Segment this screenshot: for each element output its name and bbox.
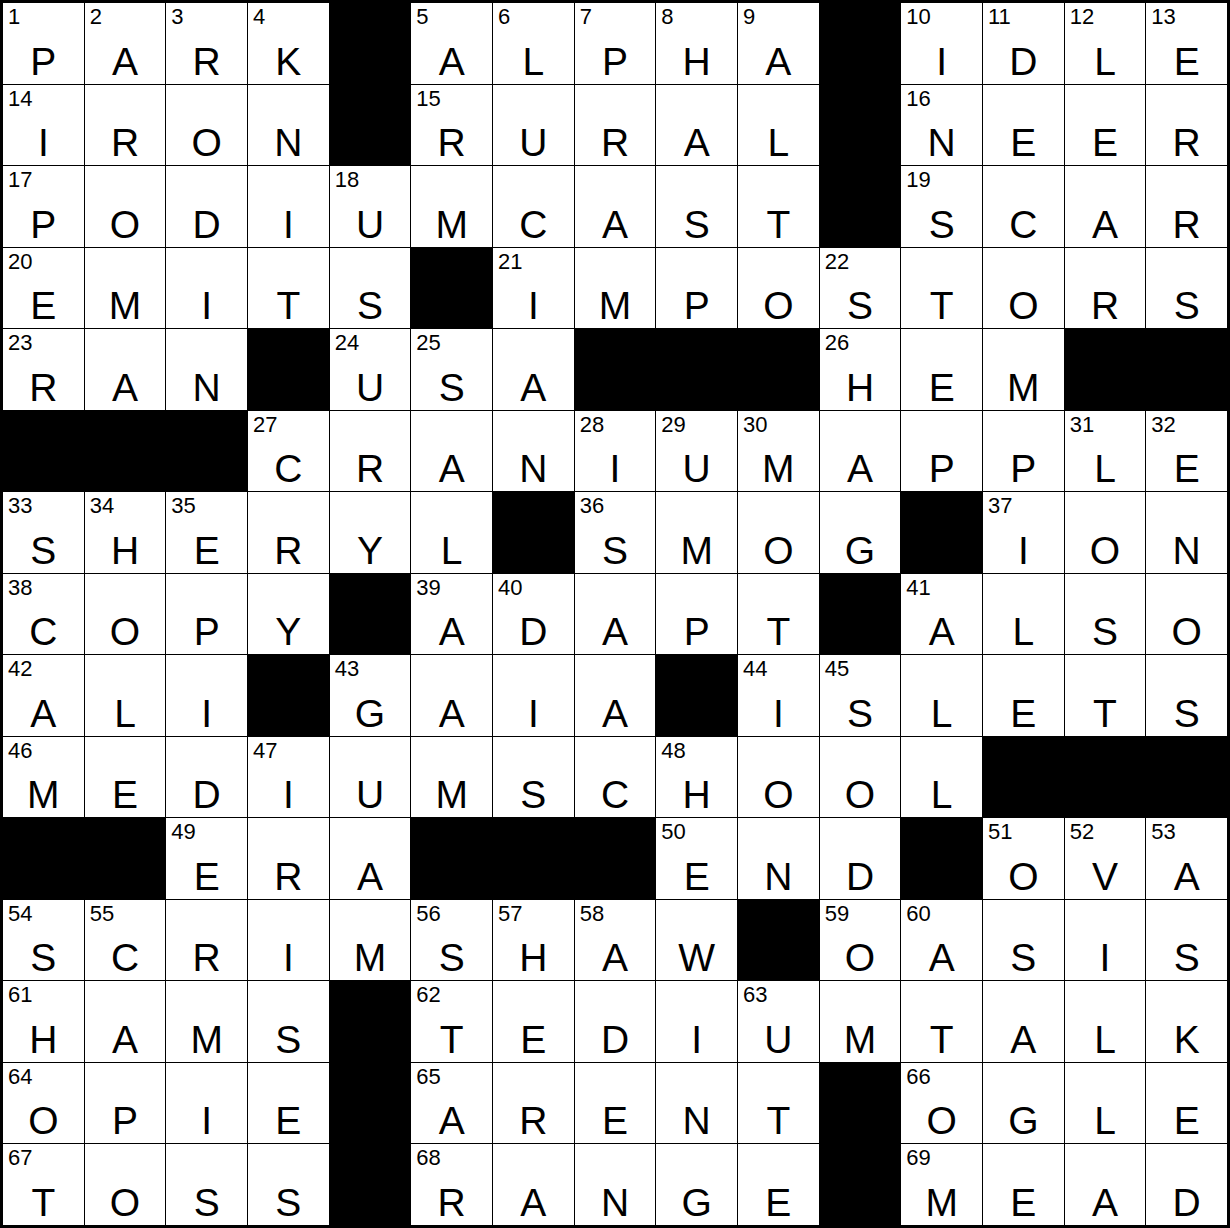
cell-letter: P xyxy=(3,42,84,81)
cell-r15c9[interactable]: G xyxy=(656,1144,737,1225)
cell-letter: T xyxy=(3,1183,84,1222)
cell-r5c11[interactable]: 26H xyxy=(820,329,901,410)
cell-r4c8[interactable]: M xyxy=(575,248,656,329)
cell-r6c10[interactable]: 30M xyxy=(738,411,819,492)
clue-number: 59 xyxy=(825,901,849,926)
cell-r9c10[interactable]: 44I xyxy=(738,655,819,736)
cell-r6c12[interactable]: P xyxy=(901,411,982,492)
cell-r12c13[interactable]: S xyxy=(983,900,1064,981)
cell-r12c1[interactable]: 54S xyxy=(3,900,84,981)
cell-r5c5[interactable]: 24U xyxy=(330,329,411,410)
clue-number: 58 xyxy=(580,901,604,926)
clue-number: 51 xyxy=(988,819,1012,844)
cell-r7c2[interactable]: 34H xyxy=(85,492,166,573)
cell-letter: D xyxy=(820,857,901,896)
cell-r3c12[interactable]: 19S xyxy=(901,166,982,247)
cell-letter: I xyxy=(493,286,574,325)
cell-letter: Y xyxy=(248,612,329,651)
cell-r3c2[interactable]: O xyxy=(85,166,166,247)
cell-r9c8[interactable]: A xyxy=(575,655,656,736)
cell-r14c14[interactable]: L xyxy=(1065,1063,1146,1144)
cell-r6c11[interactable]: A xyxy=(820,411,901,492)
cell-r13c10[interactable]: 63U xyxy=(738,981,819,1062)
black-square xyxy=(820,3,901,84)
cell-letter: O xyxy=(983,286,1064,325)
cell-r9c12[interactable]: L xyxy=(901,655,982,736)
cell-r12c9[interactable]: W xyxy=(656,900,737,981)
clue-number: 30 xyxy=(743,412,767,437)
cell-r14c15[interactable]: E xyxy=(1146,1063,1227,1144)
cell-letter: A xyxy=(983,1020,1064,1059)
cell-letter: R xyxy=(166,42,247,81)
cell-r11c5[interactable]: A xyxy=(330,818,411,899)
cell-r9c13[interactable]: E xyxy=(983,655,1064,736)
cell-letter: E xyxy=(901,368,982,407)
cell-r4c15[interactable]: S xyxy=(1146,248,1227,329)
cell-r6c8[interactable]: 28I xyxy=(575,411,656,492)
cell-letter: C xyxy=(983,205,1064,244)
cell-r5c1[interactable]: 23R xyxy=(3,329,84,410)
cell-r3c1[interactable]: 17P xyxy=(3,166,84,247)
cell-letter: T xyxy=(738,612,819,651)
cell-r12c5[interactable]: M xyxy=(330,900,411,981)
black-square xyxy=(820,574,901,655)
cell-r1c14[interactable]: 12L xyxy=(1065,3,1146,84)
cell-letter: S xyxy=(3,531,84,570)
cell-letter: D xyxy=(1146,1183,1227,1222)
cell-r12c4[interactable]: I xyxy=(248,900,329,981)
cell-r1c10[interactable]: 9A xyxy=(738,3,819,84)
cell-r8c14[interactable]: S xyxy=(1065,574,1146,655)
cell-r8c2[interactable]: O xyxy=(85,574,166,655)
cell-letter: A xyxy=(575,205,656,244)
cell-letter: A xyxy=(1065,205,1146,244)
cell-r6c15[interactable]: 32E xyxy=(1146,411,1227,492)
black-square xyxy=(411,818,492,899)
cell-r7c4[interactable]: R xyxy=(248,492,329,573)
cell-r10c1[interactable]: 46M xyxy=(3,737,84,818)
cell-r12c12[interactable]: 60A xyxy=(901,900,982,981)
cell-r9c11[interactable]: 45S xyxy=(820,655,901,736)
cell-r1c2[interactable]: 2A xyxy=(85,3,166,84)
cell-letter: P xyxy=(575,42,656,81)
cell-letter: A xyxy=(820,449,901,488)
cell-letter: C xyxy=(248,449,329,488)
cell-letter: L xyxy=(901,775,982,814)
cell-r3c10[interactable]: T xyxy=(738,166,819,247)
cell-letter: N xyxy=(901,123,982,162)
cell-r11c4[interactable]: R xyxy=(248,818,329,899)
cell-r2c15[interactable]: R xyxy=(1146,85,1227,166)
cell-r2c6[interactable]: 15R xyxy=(411,85,492,166)
cell-r9c2[interactable]: L xyxy=(85,655,166,736)
cell-letter: E xyxy=(248,1101,329,1140)
cell-r7c3[interactable]: 35E xyxy=(166,492,247,573)
clue-number: 11 xyxy=(988,4,1011,29)
cell-r5c12[interactable]: E xyxy=(901,329,982,410)
cell-r11c10[interactable]: N xyxy=(738,818,819,899)
cell-r12c8[interactable]: 58A xyxy=(575,900,656,981)
cell-r6c5[interactable]: R xyxy=(330,411,411,492)
cell-letter: A xyxy=(575,694,656,733)
cell-letter: K xyxy=(248,42,329,81)
clue-number: 53 xyxy=(1151,819,1175,844)
cell-letter: E xyxy=(575,1101,656,1140)
cell-r10c10[interactable]: O xyxy=(738,737,819,818)
cell-r7c9[interactable]: M xyxy=(656,492,737,573)
black-square xyxy=(820,166,901,247)
cell-r10c3[interactable]: D xyxy=(166,737,247,818)
cell-r3c8[interactable]: A xyxy=(575,166,656,247)
clue-number: 31 xyxy=(1070,412,1094,437)
cell-r9c3[interactable]: I xyxy=(166,655,247,736)
cell-r13c6[interactable]: 62T xyxy=(411,981,492,1062)
cell-r14c4[interactable]: E xyxy=(248,1063,329,1144)
cell-letter: O xyxy=(738,775,819,814)
cell-r13c2[interactable]: A xyxy=(85,981,166,1062)
cell-letter: U xyxy=(493,123,574,162)
cell-r4c12[interactable]: T xyxy=(901,248,982,329)
clue-number: 33 xyxy=(8,493,32,518)
cell-r10c11[interactable]: O xyxy=(820,737,901,818)
cell-letter: I xyxy=(248,205,329,244)
cell-r3c4[interactable]: I xyxy=(248,166,329,247)
cell-r5c3[interactable]: N xyxy=(166,329,247,410)
cell-r8c8[interactable]: A xyxy=(575,574,656,655)
cell-letter: S xyxy=(330,286,411,325)
clue-number: 65 xyxy=(416,1064,440,1089)
cell-r4c4[interactable]: T xyxy=(248,248,329,329)
cell-r2c12[interactable]: 16N xyxy=(901,85,982,166)
cell-letter: M xyxy=(575,286,656,325)
cell-letter: L xyxy=(1065,1020,1146,1059)
cell-r7c14[interactable]: O xyxy=(1065,492,1146,573)
clue-number: 66 xyxy=(906,1064,930,1089)
cell-letter: O xyxy=(1146,612,1227,651)
black-square xyxy=(1146,737,1227,818)
cell-r14c6[interactable]: 65A xyxy=(411,1063,492,1144)
cell-r9c1[interactable]: 42A xyxy=(3,655,84,736)
cell-letter: E xyxy=(983,694,1064,733)
cell-r3c9[interactable]: S xyxy=(656,166,737,247)
cell-r11c11[interactable]: D xyxy=(820,818,901,899)
cell-r8c1[interactable]: 38C xyxy=(3,574,84,655)
cell-r9c14[interactable]: T xyxy=(1065,655,1146,736)
cell-r1c7[interactable]: 6L xyxy=(493,3,574,84)
cell-letter: H xyxy=(493,938,574,977)
cell-r15c4[interactable]: S xyxy=(248,1144,329,1225)
clue-number: 44 xyxy=(743,656,767,681)
cell-letter: M xyxy=(411,775,492,814)
cell-letter: R xyxy=(1146,205,1227,244)
cell-r10c4[interactable]: 47I xyxy=(248,737,329,818)
cell-r12c7[interactable]: 57H xyxy=(493,900,574,981)
cell-r3c5[interactable]: 18U xyxy=(330,166,411,247)
cell-r13c14[interactable]: L xyxy=(1065,981,1146,1062)
cell-r8c15[interactable]: O xyxy=(1146,574,1227,655)
cell-r15c12[interactable]: 69M xyxy=(901,1144,982,1225)
cell-letter: W xyxy=(656,938,737,977)
cell-r7c5[interactable]: Y xyxy=(330,492,411,573)
cell-r14c8[interactable]: E xyxy=(575,1063,656,1144)
cell-r1c3[interactable]: 3R xyxy=(166,3,247,84)
cell-letter: S xyxy=(1065,612,1146,651)
cell-r13c11[interactable]: M xyxy=(820,981,901,1062)
cell-r4c11[interactable]: 22S xyxy=(820,248,901,329)
cell-r7c8[interactable]: 36S xyxy=(575,492,656,573)
cell-letter: R xyxy=(85,123,166,162)
cell-r3c7[interactable]: C xyxy=(493,166,574,247)
cell-letter: I xyxy=(656,1020,737,1059)
clue-number: 56 xyxy=(416,901,440,926)
cell-r12c11[interactable]: 59O xyxy=(820,900,901,981)
cell-letter: S xyxy=(901,205,982,244)
cell-letter: O xyxy=(1065,531,1146,570)
cell-r7c1[interactable]: 33S xyxy=(3,492,84,573)
cell-r8c4[interactable]: Y xyxy=(248,574,329,655)
cell-letter: A xyxy=(411,1101,492,1140)
cell-letter: R xyxy=(1146,123,1227,162)
cell-r1c13[interactable]: 11D xyxy=(983,3,1064,84)
cell-r10c2[interactable]: E xyxy=(85,737,166,818)
cell-r6c13[interactable]: P xyxy=(983,411,1064,492)
cell-r8c13[interactable]: L xyxy=(983,574,1064,655)
cell-r11c3[interactable]: 49E xyxy=(166,818,247,899)
cell-r3c6[interactable]: M xyxy=(411,166,492,247)
cell-letter: U xyxy=(656,449,737,488)
cell-r1c8[interactable]: 7P xyxy=(575,3,656,84)
cell-r13c13[interactable]: A xyxy=(983,981,1064,1062)
cell-r6c4[interactable]: 27C xyxy=(248,411,329,492)
clue-number: 37 xyxy=(988,493,1012,518)
cell-r2c3[interactable]: O xyxy=(166,85,247,166)
cell-r10c9[interactable]: 48H xyxy=(656,737,737,818)
cell-r8c10[interactable]: T xyxy=(738,574,819,655)
cell-letter: A xyxy=(1065,1183,1146,1222)
black-square xyxy=(330,3,411,84)
cell-r15c2[interactable]: O xyxy=(85,1144,166,1225)
cell-r4c5[interactable]: S xyxy=(330,248,411,329)
cell-letter: I xyxy=(738,694,819,733)
cell-r2c8[interactable]: R xyxy=(575,85,656,166)
clue-number: 17 xyxy=(8,167,32,192)
cell-letter: S xyxy=(1146,938,1227,977)
clue-number: 61 xyxy=(8,982,32,1007)
black-square xyxy=(901,492,982,573)
cell-r8c9[interactable]: P xyxy=(656,574,737,655)
cell-r6c9[interactable]: 29U xyxy=(656,411,737,492)
cell-r11c14[interactable]: 52V xyxy=(1065,818,1146,899)
cell-letter: E xyxy=(166,857,247,896)
cell-r7c6[interactable]: L xyxy=(411,492,492,573)
black-square xyxy=(575,329,656,410)
cell-letter: A xyxy=(901,938,982,977)
cell-letter: S xyxy=(983,938,1064,977)
cell-r9c5[interactable]: 43G xyxy=(330,655,411,736)
cell-r4c13[interactable]: O xyxy=(983,248,1064,329)
cell-letter: D xyxy=(493,612,574,651)
cell-r10c8[interactable]: C xyxy=(575,737,656,818)
cell-r3c3[interactable]: D xyxy=(166,166,247,247)
cell-r13c1[interactable]: 61H xyxy=(3,981,84,1062)
cell-r15c15[interactable]: D xyxy=(1146,1144,1227,1225)
cell-r15c13[interactable]: E xyxy=(983,1144,1064,1225)
cell-r11c13[interactable]: 51O xyxy=(983,818,1064,899)
cell-r7c11[interactable]: G xyxy=(820,492,901,573)
cell-r4c1[interactable]: 20E xyxy=(3,248,84,329)
cell-r3c13[interactable]: C xyxy=(983,166,1064,247)
cell-r11c15[interactable]: 53A xyxy=(1146,818,1227,899)
cell-letter: I xyxy=(166,694,247,733)
cell-r14c10[interactable]: T xyxy=(738,1063,819,1144)
cell-letter: G xyxy=(820,531,901,570)
cell-letter: E xyxy=(656,857,737,896)
cell-letter: H xyxy=(3,1020,84,1059)
clue-number: 27 xyxy=(253,412,277,437)
cell-r10c5[interactable]: U xyxy=(330,737,411,818)
cell-letter: U xyxy=(330,775,411,814)
cell-r4c3[interactable]: I xyxy=(166,248,247,329)
cell-letter: A xyxy=(411,42,492,81)
cell-r6c7[interactable]: N xyxy=(493,411,574,492)
cell-r2c7[interactable]: U xyxy=(493,85,574,166)
cell-r2c10[interactable]: L xyxy=(738,85,819,166)
cell-letter: N xyxy=(738,857,819,896)
cell-letter: H xyxy=(656,42,737,81)
black-square xyxy=(656,655,737,736)
cell-r7c15[interactable]: N xyxy=(1146,492,1227,573)
clue-number: 36 xyxy=(580,493,604,518)
black-square xyxy=(330,85,411,166)
cell-r12c15[interactable]: S xyxy=(1146,900,1227,981)
cell-r6c14[interactable]: 31L xyxy=(1065,411,1146,492)
black-square xyxy=(330,1063,411,1144)
cell-r15c1[interactable]: 67T xyxy=(3,1144,84,1225)
cell-r5c6[interactable]: 25S xyxy=(411,329,492,410)
cell-r13c7[interactable]: E xyxy=(493,981,574,1062)
cell-letter: L xyxy=(85,694,166,733)
cell-r15c3[interactable]: S xyxy=(166,1144,247,1225)
cell-r1c1[interactable]: 1P xyxy=(3,3,84,84)
cell-r15c7[interactable]: A xyxy=(493,1144,574,1225)
cell-r10c12[interactable]: L xyxy=(901,737,982,818)
cell-r13c8[interactable]: D xyxy=(575,981,656,1062)
cell-r12c3[interactable]: R xyxy=(166,900,247,981)
cell-r15c14[interactable]: A xyxy=(1065,1144,1146,1225)
cell-letter: R xyxy=(1065,286,1146,325)
cell-r13c12[interactable]: T xyxy=(901,981,982,1062)
cell-r4c7[interactable]: 21I xyxy=(493,248,574,329)
cell-r14c2[interactable]: P xyxy=(85,1063,166,1144)
cell-r9c15[interactable]: S xyxy=(1146,655,1227,736)
clue-number: 21 xyxy=(498,249,522,274)
cell-letter: L xyxy=(411,531,492,570)
cell-r14c13[interactable]: G xyxy=(983,1063,1064,1144)
cell-r4c14[interactable]: R xyxy=(1065,248,1146,329)
clue-number: 35 xyxy=(171,493,195,518)
cell-r7c13[interactable]: 37I xyxy=(983,492,1064,573)
cell-r1c12[interactable]: 10I xyxy=(901,3,982,84)
cell-letter: S xyxy=(248,1020,329,1059)
cell-r13c4[interactable]: S xyxy=(248,981,329,1062)
cell-letter: A xyxy=(1146,857,1227,896)
cell-r14c9[interactable]: N xyxy=(656,1063,737,1144)
cell-r2c14[interactable]: E xyxy=(1065,85,1146,166)
cell-r2c4[interactable]: N xyxy=(248,85,329,166)
cell-r13c3[interactable]: M xyxy=(166,981,247,1062)
cell-r3c15[interactable]: R xyxy=(1146,166,1227,247)
cell-r1c15[interactable]: 13E xyxy=(1146,3,1227,84)
clue-number: 39 xyxy=(416,575,440,600)
cell-r1c9[interactable]: 8H xyxy=(656,3,737,84)
cell-r2c1[interactable]: 14I xyxy=(3,85,84,166)
cell-r8c3[interactable]: P xyxy=(166,574,247,655)
cell-letter: R xyxy=(3,368,84,407)
cell-r10c7[interactable]: S xyxy=(493,737,574,818)
cell-letter: P xyxy=(983,449,1064,488)
cell-r15c10[interactable]: E xyxy=(738,1144,819,1225)
cell-letter: I xyxy=(1065,938,1146,977)
cell-r9c6[interactable]: A xyxy=(411,655,492,736)
cell-letter: S xyxy=(1146,694,1227,733)
cell-r5c13[interactable]: M xyxy=(983,329,1064,410)
cell-r3c14[interactable]: A xyxy=(1065,166,1146,247)
black-square xyxy=(901,818,982,899)
cell-letter: E xyxy=(983,1183,1064,1222)
cell-r13c9[interactable]: I xyxy=(656,981,737,1062)
clue-number: 41 xyxy=(906,575,930,600)
cell-letter: D xyxy=(166,205,247,244)
cell-r15c8[interactable]: N xyxy=(575,1144,656,1225)
cell-r13c15[interactable]: K xyxy=(1146,981,1227,1062)
cell-r2c9[interactable]: A xyxy=(656,85,737,166)
cell-r1c4[interactable]: 4K xyxy=(248,3,329,84)
cell-r8c12[interactable]: 41A xyxy=(901,574,982,655)
cell-letter: M xyxy=(411,205,492,244)
cell-r14c3[interactable]: I xyxy=(166,1063,247,1144)
cell-r9c7[interactable]: I xyxy=(493,655,574,736)
cell-r5c2[interactable]: A xyxy=(85,329,166,410)
cell-r4c10[interactable]: O xyxy=(738,248,819,329)
cell-r12c2[interactable]: 55C xyxy=(85,900,166,981)
cell-letter: M xyxy=(820,1020,901,1059)
cell-r2c13[interactable]: E xyxy=(983,85,1064,166)
cell-r1c6[interactable]: 5A xyxy=(411,3,492,84)
cell-r10c6[interactable]: M xyxy=(411,737,492,818)
cell-r6c6[interactable]: A xyxy=(411,411,492,492)
cell-r11c9[interactable]: 50E xyxy=(656,818,737,899)
cell-r12c14[interactable]: I xyxy=(1065,900,1146,981)
cell-r14c12[interactable]: 66O xyxy=(901,1063,982,1144)
cell-r14c7[interactable]: R xyxy=(493,1063,574,1144)
cell-r2c2[interactable]: R xyxy=(85,85,166,166)
cell-r4c9[interactable]: P xyxy=(656,248,737,329)
cell-r8c7[interactable]: 40D xyxy=(493,574,574,655)
clue-number: 8 xyxy=(661,4,673,29)
cell-r5c7[interactable]: A xyxy=(493,329,574,410)
clue-number: 38 xyxy=(8,575,32,600)
cell-r14c1[interactable]: 64O xyxy=(3,1063,84,1144)
cell-r8c6[interactable]: 39A xyxy=(411,574,492,655)
cell-r15c6[interactable]: 68R xyxy=(411,1144,492,1225)
black-square xyxy=(656,329,737,410)
clue-number: 32 xyxy=(1151,412,1175,437)
cell-r12c6[interactable]: 56S xyxy=(411,900,492,981)
cell-letter: L xyxy=(1065,42,1146,81)
cell-r7c10[interactable]: O xyxy=(738,492,819,573)
cell-r4c2[interactable]: M xyxy=(85,248,166,329)
cell-letter: A xyxy=(330,857,411,896)
